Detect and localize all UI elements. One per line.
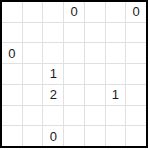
clue-cell-r4c3: 1 [43, 64, 63, 84]
cell-r5c5[interactable] [85, 85, 105, 105]
cell-r3c5[interactable] [85, 43, 105, 63]
cell-r5c4[interactable] [64, 85, 84, 105]
cell-r7c7[interactable] [126, 126, 146, 146]
cell-r2c4[interactable] [64, 23, 84, 43]
cell-r2c5[interactable] [85, 23, 105, 43]
cell-r7c2[interactable] [23, 126, 43, 146]
minesweeper-board: 0001210 [0, 0, 148, 148]
cell-r4c4[interactable] [64, 64, 84, 84]
cell-r1c1[interactable] [2, 2, 22, 22]
cell-r3c2[interactable] [23, 43, 43, 63]
cell-r6c2[interactable] [23, 106, 43, 126]
clue-cell-r3c1: 0 [2, 43, 22, 63]
cell-r7c4[interactable] [64, 126, 84, 146]
clue-cell-r1c4: 0 [64, 2, 84, 22]
cell-r5c7[interactable] [126, 85, 146, 105]
cell-r3c7[interactable] [126, 43, 146, 63]
cell-r5c2[interactable] [23, 85, 43, 105]
cell-r2c7[interactable] [126, 23, 146, 43]
clue-cell-r1c7: 0 [126, 2, 146, 22]
cell-r1c3[interactable] [43, 2, 63, 22]
clue-cell-r7c3: 0 [43, 126, 63, 146]
cell-r4c7[interactable] [126, 64, 146, 84]
cell-r7c1[interactable] [2, 126, 22, 146]
cell-r6c6[interactable] [106, 106, 126, 126]
cell-r4c6[interactable] [106, 64, 126, 84]
cell-r3c4[interactable] [64, 43, 84, 63]
cell-r3c6[interactable] [106, 43, 126, 63]
cell-r6c7[interactable] [126, 106, 146, 126]
cell-r2c3[interactable] [43, 23, 63, 43]
cell-r7c5[interactable] [85, 126, 105, 146]
cell-r2c1[interactable] [2, 23, 22, 43]
cell-r5c1[interactable] [2, 85, 22, 105]
cell-r3c3[interactable] [43, 43, 63, 63]
cell-r6c1[interactable] [2, 106, 22, 126]
cell-r1c6[interactable] [106, 2, 126, 22]
cell-r6c3[interactable] [43, 106, 63, 126]
cell-r2c2[interactable] [23, 23, 43, 43]
clue-cell-r5c6: 1 [106, 85, 126, 105]
cell-r6c5[interactable] [85, 106, 105, 126]
cell-r4c1[interactable] [2, 64, 22, 84]
cell-r4c2[interactable] [23, 64, 43, 84]
cell-r1c2[interactable] [23, 2, 43, 22]
cell-r7c6[interactable] [106, 126, 126, 146]
cell-r4c5[interactable] [85, 64, 105, 84]
cell-r6c4[interactable] [64, 106, 84, 126]
cell-r2c6[interactable] [106, 23, 126, 43]
cell-r1c5[interactable] [85, 2, 105, 22]
clue-cell-r5c3: 2 [43, 85, 63, 105]
